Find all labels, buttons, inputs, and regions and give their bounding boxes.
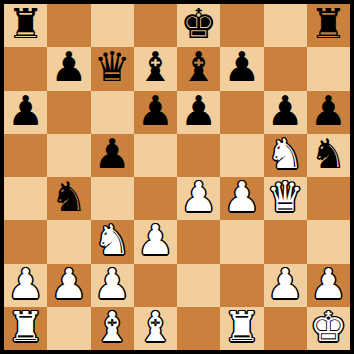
square-a6[interactable]: ♟ <box>4 91 47 134</box>
black-knight[interactable]: ♞ <box>310 134 347 175</box>
black-pawn[interactable]: ♟ <box>310 91 347 132</box>
square-c8[interactable] <box>91 4 134 47</box>
square-b5[interactable] <box>47 134 90 177</box>
square-d4[interactable] <box>134 177 177 220</box>
white-pawn[interactable]: ♟ <box>137 220 174 261</box>
square-a4[interactable] <box>4 177 47 220</box>
square-d8[interactable] <box>134 4 177 47</box>
white-bishop[interactable]: ♝ <box>137 307 174 348</box>
square-b3[interactable] <box>47 220 90 263</box>
black-pawn[interactable]: ♟ <box>137 91 174 132</box>
white-pawn[interactable]: ♟ <box>94 264 131 305</box>
square-c7[interactable]: ♛ <box>91 47 134 90</box>
square-g7[interactable] <box>264 47 307 90</box>
black-pawn[interactable]: ♟ <box>94 134 131 175</box>
square-d5[interactable] <box>134 134 177 177</box>
white-queen[interactable]: ♛ <box>267 177 304 218</box>
square-f6[interactable] <box>220 91 263 134</box>
white-rook[interactable]: ♜ <box>7 307 44 348</box>
square-b4[interactable]: ♞ <box>47 177 90 220</box>
square-c2[interactable]: ♟ <box>91 264 134 307</box>
black-pawn[interactable]: ♟ <box>180 91 217 132</box>
square-b2[interactable]: ♟ <box>47 264 90 307</box>
square-c3[interactable]: ♞ <box>91 220 134 263</box>
square-f3[interactable] <box>220 220 263 263</box>
black-bishop[interactable]: ♝ <box>180 47 217 88</box>
square-h7[interactable] <box>307 47 350 90</box>
square-f1[interactable]: ♜ <box>220 307 263 350</box>
square-f4[interactable]: ♟ <box>220 177 263 220</box>
square-c4[interactable] <box>91 177 134 220</box>
square-e5[interactable] <box>177 134 220 177</box>
black-rook[interactable]: ♜ <box>7 4 44 45</box>
square-g6[interactable]: ♟ <box>264 91 307 134</box>
square-a3[interactable] <box>4 220 47 263</box>
black-pawn[interactable]: ♟ <box>223 47 260 88</box>
square-f2[interactable] <box>220 264 263 307</box>
square-a5[interactable] <box>4 134 47 177</box>
black-pawn[interactable]: ♟ <box>7 91 44 132</box>
square-f5[interactable] <box>220 134 263 177</box>
square-h3[interactable] <box>307 220 350 263</box>
square-d2[interactable] <box>134 264 177 307</box>
black-rook[interactable]: ♜ <box>310 4 347 45</box>
square-e6[interactable]: ♟ <box>177 91 220 134</box>
square-h2[interactable]: ♟ <box>307 264 350 307</box>
square-d6[interactable]: ♟ <box>134 91 177 134</box>
white-knight[interactable]: ♞ <box>94 220 131 261</box>
white-knight[interactable]: ♞ <box>267 134 304 175</box>
square-e3[interactable] <box>177 220 220 263</box>
square-e4[interactable]: ♟ <box>177 177 220 220</box>
square-g2[interactable]: ♟ <box>264 264 307 307</box>
white-pawn[interactable]: ♟ <box>310 264 347 305</box>
chess-board: ♜♚♜♟♛♝♝♟♟♟♟♟♟♟♞♞♞♟♟♛♞♟♟♟♟♟♟♜♝♝♜♚ <box>0 0 354 354</box>
square-e1[interactable] <box>177 307 220 350</box>
square-h6[interactable]: ♟ <box>307 91 350 134</box>
square-e2[interactable] <box>177 264 220 307</box>
black-queen[interactable]: ♛ <box>94 47 131 88</box>
square-h8[interactable]: ♜ <box>307 4 350 47</box>
square-h1[interactable]: ♚ <box>307 307 350 350</box>
white-rook[interactable]: ♜ <box>223 307 260 348</box>
square-g3[interactable] <box>264 220 307 263</box>
square-a1[interactable]: ♜ <box>4 307 47 350</box>
white-pawn[interactable]: ♟ <box>223 177 260 218</box>
white-bishop[interactable]: ♝ <box>94 307 131 348</box>
black-pawn[interactable]: ♟ <box>267 91 304 132</box>
square-d3[interactable]: ♟ <box>134 220 177 263</box>
black-pawn[interactable]: ♟ <box>50 47 87 88</box>
white-king[interactable]: ♚ <box>310 307 347 348</box>
square-f8[interactable] <box>220 4 263 47</box>
square-a2[interactable]: ♟ <box>4 264 47 307</box>
square-g5[interactable]: ♞ <box>264 134 307 177</box>
square-d7[interactable]: ♝ <box>134 47 177 90</box>
black-king[interactable]: ♚ <box>180 4 217 45</box>
white-pawn[interactable]: ♟ <box>267 264 304 305</box>
white-pawn[interactable]: ♟ <box>50 264 87 305</box>
square-b1[interactable] <box>47 307 90 350</box>
square-b8[interactable] <box>47 4 90 47</box>
square-e7[interactable]: ♝ <box>177 47 220 90</box>
square-h4[interactable] <box>307 177 350 220</box>
square-a8[interactable]: ♜ <box>4 4 47 47</box>
square-d1[interactable]: ♝ <box>134 307 177 350</box>
square-b6[interactable] <box>47 91 90 134</box>
square-c1[interactable]: ♝ <box>91 307 134 350</box>
square-g1[interactable] <box>264 307 307 350</box>
square-f7[interactable]: ♟ <box>220 47 263 90</box>
square-c5[interactable]: ♟ <box>91 134 134 177</box>
square-e8[interactable]: ♚ <box>177 4 220 47</box>
square-b7[interactable]: ♟ <box>47 47 90 90</box>
square-g4[interactable]: ♛ <box>264 177 307 220</box>
black-knight[interactable]: ♞ <box>50 177 87 218</box>
white-pawn[interactable]: ♟ <box>180 177 217 218</box>
square-c6[interactable] <box>91 91 134 134</box>
square-g8[interactable] <box>264 4 307 47</box>
square-a7[interactable] <box>4 47 47 90</box>
white-pawn[interactable]: ♟ <box>7 264 44 305</box>
square-h5[interactable]: ♞ <box>307 134 350 177</box>
black-bishop[interactable]: ♝ <box>137 47 174 88</box>
